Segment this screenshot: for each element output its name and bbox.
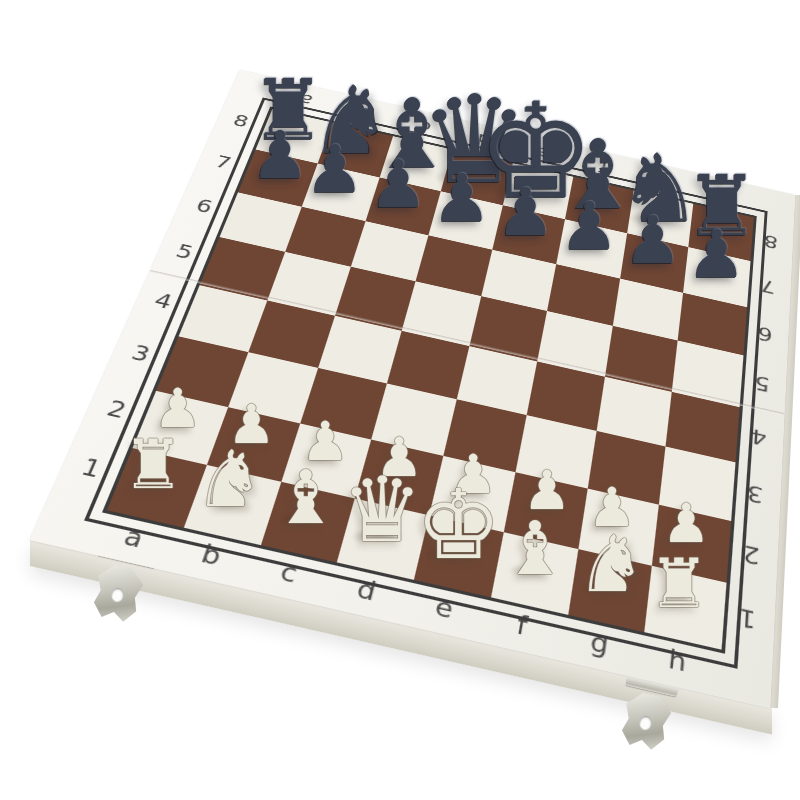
chess-board: 87654321 87654321 abcdefgh abcdefgh bbox=[30, 70, 795, 708]
chess-board-photo: 87654321 87654321 abcdefgh abcdefgh ♜♞♝♛… bbox=[0, 0, 800, 800]
